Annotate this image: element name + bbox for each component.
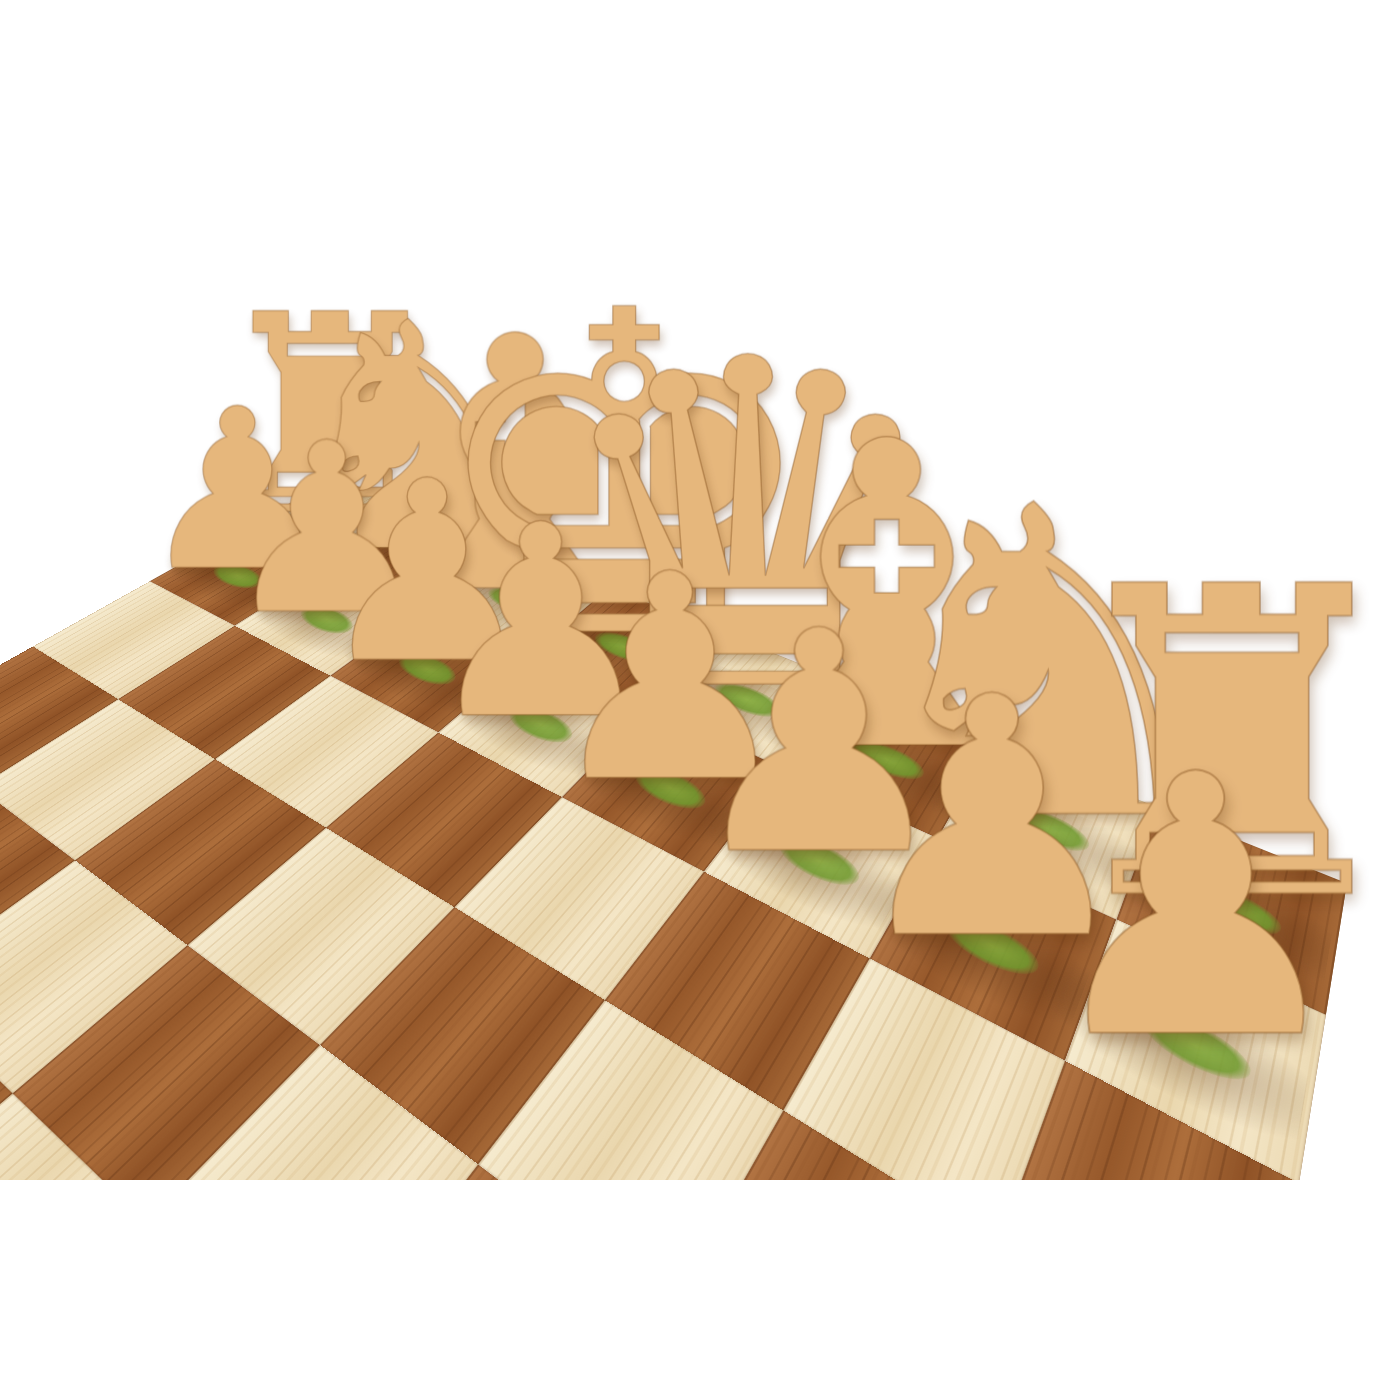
chess-set-product-photo: ♜♞♝♚♛♝♞♜♟♟♟♟♟♟♟♟ (0, 0, 1400, 1400)
pawn-a2: ♟ (683, 728, 1400, 1088)
photo-crop-whitespace (0, 1180, 1400, 1400)
